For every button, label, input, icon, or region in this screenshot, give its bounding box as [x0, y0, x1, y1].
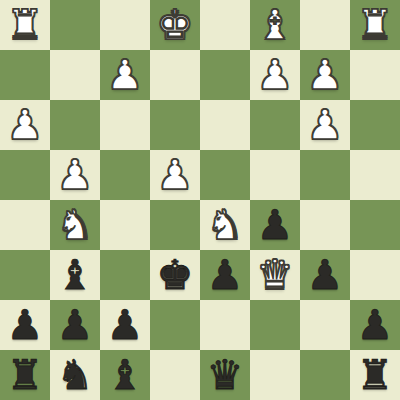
square-h1[interactable]: ♜ [0, 0, 50, 50]
black-king[interactable]: ♚ [157, 250, 194, 300]
white-pawn[interactable]: ♟ [257, 50, 294, 100]
black-pawn[interactable]: ♟ [57, 300, 94, 350]
square-f2[interactable]: ♟ [100, 50, 150, 100]
square-d7[interactable] [200, 300, 250, 350]
square-a4[interactable] [350, 150, 400, 200]
square-c7[interactable] [250, 300, 300, 350]
square-f7[interactable]: ♟ [100, 300, 150, 350]
square-h3[interactable]: ♟ [0, 100, 50, 150]
square-f1[interactable] [100, 0, 150, 50]
square-b1[interactable] [300, 0, 350, 50]
square-c1[interactable]: ♝ [250, 0, 300, 50]
square-a3[interactable] [350, 100, 400, 150]
square-b5[interactable] [300, 200, 350, 250]
black-pawn[interactable]: ♟ [307, 250, 344, 300]
square-h7[interactable]: ♟ [0, 300, 50, 350]
black-pawn[interactable]: ♟ [257, 200, 294, 250]
white-pawn[interactable]: ♟ [307, 100, 344, 150]
square-d5[interactable]: ♞ [200, 200, 250, 250]
square-e1[interactable]: ♚ [150, 0, 200, 50]
square-b7[interactable] [300, 300, 350, 350]
square-c5[interactable]: ♟ [250, 200, 300, 250]
square-a5[interactable] [350, 200, 400, 250]
black-bishop[interactable]: ♝ [107, 350, 144, 400]
square-h5[interactable] [0, 200, 50, 250]
square-f8[interactable]: ♝ [100, 350, 150, 400]
square-f5[interactable] [100, 200, 150, 250]
square-a6[interactable] [350, 250, 400, 300]
black-bishop[interactable]: ♝ [57, 250, 94, 300]
square-b6[interactable]: ♟ [300, 250, 350, 300]
square-h4[interactable] [0, 150, 50, 200]
square-b2[interactable]: ♟ [300, 50, 350, 100]
square-b8[interactable] [300, 350, 350, 400]
white-king[interactable]: ♚ [157, 0, 194, 50]
square-a7[interactable]: ♟ [350, 300, 400, 350]
square-e8[interactable] [150, 350, 200, 400]
black-rook[interactable]: ♜ [357, 350, 394, 400]
white-pawn[interactable]: ♟ [107, 50, 144, 100]
square-g8[interactable]: ♞ [50, 350, 100, 400]
square-f4[interactable] [100, 150, 150, 200]
square-g4[interactable]: ♟ [50, 150, 100, 200]
square-c3[interactable] [250, 100, 300, 150]
black-knight[interactable]: ♞ [57, 350, 94, 400]
square-g6[interactable]: ♝ [50, 250, 100, 300]
square-b4[interactable] [300, 150, 350, 200]
black-pawn[interactable]: ♟ [7, 300, 44, 350]
white-rook[interactable]: ♜ [7, 0, 44, 50]
square-h8[interactable]: ♜ [0, 350, 50, 400]
square-h2[interactable] [0, 50, 50, 100]
square-e7[interactable] [150, 300, 200, 350]
square-g7[interactable]: ♟ [50, 300, 100, 350]
square-g3[interactable] [50, 100, 100, 150]
square-d6[interactable]: ♟ [200, 250, 250, 300]
square-h6[interactable] [0, 250, 50, 300]
square-a1[interactable]: ♜ [350, 0, 400, 50]
square-e3[interactable] [150, 100, 200, 150]
square-g2[interactable] [50, 50, 100, 100]
white-pawn[interactable]: ♟ [157, 150, 194, 200]
white-rook[interactable]: ♜ [357, 0, 394, 50]
black-pawn[interactable]: ♟ [107, 300, 144, 350]
square-e4[interactable]: ♟ [150, 150, 200, 200]
square-e2[interactable] [150, 50, 200, 100]
square-e6[interactable]: ♚ [150, 250, 200, 300]
square-e5[interactable] [150, 200, 200, 250]
white-knight[interactable]: ♞ [57, 200, 94, 250]
square-f6[interactable] [100, 250, 150, 300]
square-a2[interactable] [350, 50, 400, 100]
black-pawn[interactable]: ♟ [357, 300, 394, 350]
square-d4[interactable] [200, 150, 250, 200]
square-g5[interactable]: ♞ [50, 200, 100, 250]
square-c4[interactable] [250, 150, 300, 200]
chess-board: ♜♚♝♜♟♟♟♟♟♟♟♞♞♟♝♚♟♛♟♟♟♟♟♜♞♝♛♜ [0, 0, 400, 400]
square-d1[interactable] [200, 0, 250, 50]
white-knight[interactable]: ♞ [207, 200, 244, 250]
square-a8[interactable]: ♜ [350, 350, 400, 400]
white-pawn[interactable]: ♟ [307, 50, 344, 100]
square-c8[interactable] [250, 350, 300, 400]
square-d3[interactable] [200, 100, 250, 150]
black-rook[interactable]: ♜ [7, 350, 44, 400]
black-queen[interactable]: ♛ [207, 350, 244, 400]
square-f3[interactable] [100, 100, 150, 150]
black-pawn[interactable]: ♟ [207, 250, 244, 300]
white-pawn[interactable]: ♟ [7, 100, 44, 150]
square-c6[interactable]: ♛ [250, 250, 300, 300]
white-bishop[interactable]: ♝ [257, 0, 294, 50]
square-c2[interactable]: ♟ [250, 50, 300, 100]
white-queen[interactable]: ♛ [257, 250, 294, 300]
white-pawn[interactable]: ♟ [57, 150, 94, 200]
square-d2[interactable] [200, 50, 250, 100]
square-g1[interactable] [50, 0, 100, 50]
square-b3[interactable]: ♟ [300, 100, 350, 150]
square-d8[interactable]: ♛ [200, 350, 250, 400]
